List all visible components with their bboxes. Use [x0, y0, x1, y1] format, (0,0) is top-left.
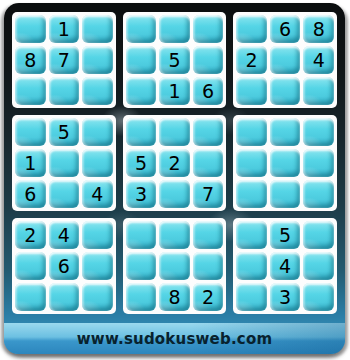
box-3: 6824	[233, 12, 337, 108]
cell-r8c1[interactable]	[15, 252, 46, 280]
cell-r1c7[interactable]	[236, 15, 267, 43]
cell-r9c3[interactable]	[82, 283, 113, 311]
cell-r2c3[interactable]	[82, 46, 113, 74]
cell-r2c1[interactable]: 8	[15, 46, 46, 74]
cell-r2c8[interactable]	[270, 46, 301, 74]
cell-r9c9[interactable]	[303, 283, 334, 311]
cell-r5c1[interactable]: 1	[15, 149, 46, 177]
cell-r8c8[interactable]: 4	[270, 252, 301, 280]
cell-r9c2[interactable]	[49, 283, 80, 311]
cell-r3c8[interactable]	[270, 77, 301, 105]
cell-r2c7[interactable]: 2	[236, 46, 267, 74]
box-5: 5237	[123, 115, 227, 211]
cell-r5c2[interactable]	[49, 149, 80, 177]
cell-r1c6[interactable]	[193, 15, 224, 43]
board-grid: 18751668245164523724682543	[4, 3, 345, 314]
cell-r8c4[interactable]	[126, 252, 157, 280]
cell-r3c3[interactable]	[82, 77, 113, 105]
cell-r6c4[interactable]: 3	[126, 180, 157, 208]
cell-r9c1[interactable]	[15, 283, 46, 311]
cell-r8c6[interactable]	[193, 252, 224, 280]
cell-r5c5[interactable]: 2	[159, 149, 190, 177]
box-8: 82	[123, 218, 227, 314]
box-1: 187	[12, 12, 116, 108]
cell-r6c9[interactable]	[303, 180, 334, 208]
cell-r6c2[interactable]	[49, 180, 80, 208]
cell-r6c7[interactable]	[236, 180, 267, 208]
cell-r4c2[interactable]: 5	[49, 118, 80, 146]
cell-r7c7[interactable]	[236, 221, 267, 249]
cell-r2c2[interactable]: 7	[49, 46, 80, 74]
cell-r5c8[interactable]	[270, 149, 301, 177]
cell-r5c3[interactable]	[82, 149, 113, 177]
cell-r9c4[interactable]	[126, 283, 157, 311]
cell-r3c4[interactable]	[126, 77, 157, 105]
cell-r2c9[interactable]: 4	[303, 46, 334, 74]
cell-r7c3[interactable]	[82, 221, 113, 249]
cell-r8c9[interactable]	[303, 252, 334, 280]
cell-r2c4[interactable]	[126, 46, 157, 74]
cell-r5c7[interactable]	[236, 149, 267, 177]
cell-r4c8[interactable]	[270, 118, 301, 146]
cell-r4c4[interactable]	[126, 118, 157, 146]
cell-r6c3[interactable]: 4	[82, 180, 113, 208]
cell-r7c1[interactable]: 2	[15, 221, 46, 249]
cell-r6c8[interactable]	[270, 180, 301, 208]
cell-r3c5[interactable]: 1	[159, 77, 190, 105]
box-9: 543	[233, 218, 337, 314]
cell-r3c9[interactable]	[303, 77, 334, 105]
cell-r6c6[interactable]: 7	[193, 180, 224, 208]
cell-r7c5[interactable]	[159, 221, 190, 249]
cell-r6c1[interactable]: 6	[15, 180, 46, 208]
box-7: 246	[12, 218, 116, 314]
cell-r4c6[interactable]	[193, 118, 224, 146]
cell-r9c6[interactable]: 2	[193, 283, 224, 311]
cell-r4c1[interactable]	[15, 118, 46, 146]
page: 18751668245164523724682543 www.sudokuswe…	[0, 0, 350, 360]
cell-r8c2[interactable]: 6	[49, 252, 80, 280]
footer-bar: www.sudokusweb.com	[4, 323, 345, 354]
cell-r1c4[interactable]	[126, 15, 157, 43]
cell-r6c5[interactable]	[159, 180, 190, 208]
cell-r3c2[interactable]	[49, 77, 80, 105]
cell-r3c7[interactable]	[236, 77, 267, 105]
cell-r1c9[interactable]: 8	[303, 15, 334, 43]
cell-r4c3[interactable]	[82, 118, 113, 146]
cell-r7c8[interactable]: 5	[270, 221, 301, 249]
cell-r8c5[interactable]	[159, 252, 190, 280]
cell-r5c9[interactable]	[303, 149, 334, 177]
box-6	[233, 115, 337, 211]
cell-r1c2[interactable]: 1	[49, 15, 80, 43]
cell-r1c1[interactable]	[15, 15, 46, 43]
sudoku-board: 18751668245164523724682543 www.sudokuswe…	[4, 3, 345, 354]
cell-r4c5[interactable]	[159, 118, 190, 146]
cell-r7c9[interactable]	[303, 221, 334, 249]
cell-r3c6[interactable]: 6	[193, 77, 224, 105]
cell-r9c8[interactable]: 3	[270, 283, 301, 311]
cell-r4c7[interactable]	[236, 118, 267, 146]
box-4: 5164	[12, 115, 116, 211]
cell-r4c9[interactable]	[303, 118, 334, 146]
cell-r1c5[interactable]	[159, 15, 190, 43]
cell-r8c7[interactable]	[236, 252, 267, 280]
cell-r1c3[interactable]	[82, 15, 113, 43]
cell-r7c2[interactable]: 4	[49, 221, 80, 249]
cell-r9c5[interactable]: 8	[159, 283, 190, 311]
cell-r2c5[interactable]: 5	[159, 46, 190, 74]
cell-r9c7[interactable]	[236, 283, 267, 311]
website-url: www.sudokusweb.com	[77, 330, 272, 348]
cell-r8c3[interactable]	[82, 252, 113, 280]
cell-r7c4[interactable]	[126, 221, 157, 249]
box-2: 516	[123, 12, 227, 108]
cell-r2c6[interactable]	[193, 46, 224, 74]
cell-r5c6[interactable]	[193, 149, 224, 177]
cell-r7c6[interactable]	[193, 221, 224, 249]
cell-r1c8[interactable]: 6	[270, 15, 301, 43]
cell-r5c4[interactable]: 5	[126, 149, 157, 177]
cell-r3c1[interactable]	[15, 77, 46, 105]
